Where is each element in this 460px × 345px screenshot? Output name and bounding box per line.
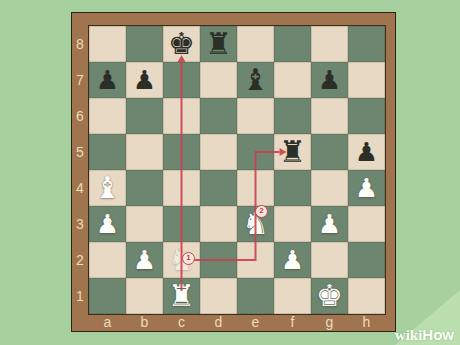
white-pawn: ♟	[133, 247, 156, 273]
chess-board-frame: ♚♜♟♟♝♟♜♟♝♟♟♞♟♟♞♟♜♚ 87654321 abcdefgh	[71, 12, 396, 332]
square-b3	[126, 206, 163, 242]
square-b1	[126, 278, 163, 314]
move-badge-1: 1	[182, 252, 195, 265]
square-e6	[237, 98, 274, 134]
white-pawn: ♟	[318, 211, 341, 237]
square-h1	[348, 278, 385, 314]
square-f5: ♜	[274, 134, 311, 170]
square-b2: ♟	[126, 242, 163, 278]
square-h7	[348, 62, 385, 98]
black-pawn: ♟	[133, 67, 156, 93]
square-f6	[274, 98, 311, 134]
square-d3	[200, 206, 237, 242]
square-h4: ♟	[348, 170, 385, 206]
square-h3	[348, 206, 385, 242]
square-g4	[311, 170, 348, 206]
square-c1: ♜	[163, 278, 200, 314]
square-f3	[274, 206, 311, 242]
square-g6	[311, 98, 348, 134]
square-d4	[200, 170, 237, 206]
square-d2	[200, 242, 237, 278]
square-b4	[126, 170, 163, 206]
square-g1: ♚	[311, 278, 348, 314]
wikihow-watermark: wikiHow	[395, 326, 454, 344]
black-king: ♚	[168, 29, 195, 59]
white-bishop: ♝	[94, 173, 121, 203]
square-b6	[126, 98, 163, 134]
square-b7: ♟	[126, 62, 163, 98]
file-label-b: b	[126, 315, 163, 331]
square-d8: ♜	[200, 26, 237, 62]
black-rook: ♜	[205, 29, 232, 59]
rank-label-5: 5	[72, 134, 88, 170]
square-b8	[126, 26, 163, 62]
square-g5	[311, 134, 348, 170]
black-pawn: ♟	[96, 67, 119, 93]
white-pawn: ♟	[96, 211, 119, 237]
square-h5: ♟	[348, 134, 385, 170]
file-label-c: c	[163, 315, 200, 331]
square-a7: ♟	[89, 62, 126, 98]
square-c6	[163, 98, 200, 134]
square-f1	[274, 278, 311, 314]
square-b5	[126, 134, 163, 170]
square-d6	[200, 98, 237, 134]
white-king: ♚	[316, 281, 343, 311]
square-a3: ♟	[89, 206, 126, 242]
black-pawn: ♟	[355, 139, 378, 165]
square-a4: ♝	[89, 170, 126, 206]
square-d5	[200, 134, 237, 170]
black-rook: ♜	[279, 137, 306, 167]
file-label-e: e	[237, 315, 274, 331]
square-e7: ♝	[237, 62, 274, 98]
square-d7	[200, 62, 237, 98]
file-label-f: f	[274, 315, 311, 331]
move-badge-2: 2	[255, 205, 268, 218]
white-pawn: ♟	[355, 175, 378, 201]
square-g3: ♟	[311, 206, 348, 242]
file-label-g: g	[311, 315, 348, 331]
wikihow-watermark-wiki: wiki	[395, 327, 423, 343]
rank-label-7: 7	[72, 62, 88, 98]
square-e1	[237, 278, 274, 314]
square-f8	[274, 26, 311, 62]
square-h6	[348, 98, 385, 134]
square-g8	[311, 26, 348, 62]
square-e4	[237, 170, 274, 206]
square-c5	[163, 134, 200, 170]
rank-label-2: 2	[72, 242, 88, 278]
chess-board: ♚♜♟♟♝♟♜♟♝♟♟♞♟♟♞♟♜♚	[89, 26, 385, 314]
square-a6	[89, 98, 126, 134]
white-pawn: ♟	[281, 247, 304, 273]
white-rook: ♜	[168, 281, 195, 311]
square-g2	[311, 242, 348, 278]
square-c8: ♚	[163, 26, 200, 62]
file-label-d: d	[200, 315, 237, 331]
square-f2: ♟	[274, 242, 311, 278]
square-c7	[163, 62, 200, 98]
rank-label-4: 4	[72, 170, 88, 206]
rank-label-1: 1	[72, 278, 88, 314]
square-g7: ♟	[311, 62, 348, 98]
square-d1	[200, 278, 237, 314]
chess-diagram: ♚♜♟♟♝♟♜♟♝♟♟♞♟♟♞♟♜♚ 87654321 abcdefgh 12 …	[0, 0, 460, 345]
file-label-h: h	[348, 315, 385, 331]
square-h8	[348, 26, 385, 62]
wikihow-watermark-how: How	[422, 326, 454, 343]
square-e5	[237, 134, 274, 170]
square-a8	[89, 26, 126, 62]
square-f4	[274, 170, 311, 206]
square-a5	[89, 134, 126, 170]
square-c4	[163, 170, 200, 206]
black-pawn: ♟	[318, 67, 341, 93]
square-h2	[348, 242, 385, 278]
square-a2	[89, 242, 126, 278]
square-f7	[274, 62, 311, 98]
rank-label-6: 6	[72, 98, 88, 134]
square-e2	[237, 242, 274, 278]
black-bishop: ♝	[242, 65, 269, 95]
rank-label-3: 3	[72, 206, 88, 242]
square-a1	[89, 278, 126, 314]
square-c3	[163, 206, 200, 242]
file-label-a: a	[89, 315, 126, 331]
rank-label-8: 8	[72, 26, 88, 62]
square-e8	[237, 26, 274, 62]
